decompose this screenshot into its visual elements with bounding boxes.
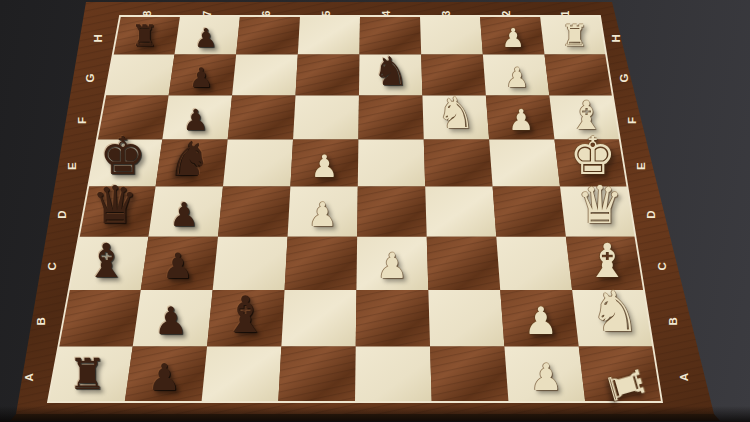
piece-white-pawn-c4[interactable]: ♟ [377,249,408,284]
board-front-edge [10,414,720,421]
top-coordinate-3: 3 [440,10,452,16]
square-b8[interactable] [58,290,140,346]
square-c6[interactable] [213,237,288,290]
top-coordinate-2: 2 [500,10,512,16]
square-b3[interactable] [428,290,504,346]
top-coordinate-4: 4 [380,10,392,16]
piece-black-queen-d8[interactable]: ♛ [91,179,138,231]
piece-white-pawn-e5[interactable]: ♟ [310,150,338,181]
scene-background: 87654321HGFEDCBAHGFEDCBA ♜♟♟♜♟♞♟♟♞♟♝♚♞♟♚… [0,0,750,422]
left-coordinate-D: D [56,211,68,219]
top-coordinate-7: 7 [201,10,213,16]
square-a3[interactable] [430,346,508,402]
square-e6[interactable] [223,140,293,187]
square-d2[interactable] [493,187,566,237]
right-coordinate-D: D [645,211,657,219]
piece-white-pawn-h2[interactable]: ♟ [502,24,525,50]
piece-black-pawn-d7[interactable]: ♟ [169,198,199,231]
piece-black-pawn-b7[interactable]: ♟ [154,302,188,340]
piece-black-rook-a8[interactable]: ♜ [68,353,107,396]
square-g6[interactable] [232,55,298,96]
piece-white-knight-f3[interactable]: ♞ [437,92,476,135]
piece-black-knight-e7[interactable]: ♞ [169,134,211,181]
square-h3[interactable] [420,16,483,55]
square-e2[interactable] [489,140,560,187]
piece-black-pawn-h7[interactable]: ♟ [194,24,217,50]
left-coordinate-F: F [76,117,88,124]
piece-black-pawn-g7[interactable]: ♟ [189,64,213,91]
left-coordinate-B: B [35,317,47,325]
right-coordinate-C: C [656,262,668,270]
top-coordinate-6: 6 [260,10,272,16]
square-a6[interactable] [202,346,282,402]
piece-white-king-e1[interactable]: ♚ [570,130,617,182]
piece-white-pawn-b2[interactable]: ♟ [524,302,558,340]
piece-white-pawn-a2[interactable]: ♟ [530,359,563,396]
square-a5[interactable] [278,346,355,402]
piece-black-pawn-c7[interactable]: ♟ [162,249,193,284]
top-coordinate-1: 1 [559,10,571,16]
piece-black-bishop-c8[interactable]: ♝ [85,237,127,284]
square-c3[interactable] [427,237,501,290]
square-f4[interactable] [358,96,423,140]
right-coordinate-B: B [667,317,679,325]
piece-white-pawn-f2[interactable]: ♟ [508,105,534,134]
left-coordinate-C: C [46,262,58,270]
right-coordinate-A: A [678,373,690,381]
square-e3[interactable] [424,140,493,187]
top-coordinate-8: 8 [141,10,153,16]
piece-black-knight-g4[interactable]: ♞ [373,51,409,91]
square-c5[interactable] [285,237,358,290]
top-coordinate-5: 5 [320,10,332,16]
square-g8[interactable] [105,55,174,96]
right-coordinate-G: G [618,74,630,83]
piece-white-pawn-d5[interactable]: ♟ [308,198,338,231]
right-coordinate-F: F [626,117,638,124]
left-coordinate-A: A [23,373,35,381]
square-a4[interactable] [355,346,432,402]
left-coordinate-E: E [66,162,78,170]
right-coordinate-E: E [635,162,647,170]
left-coordinate-H: H [92,34,104,42]
square-h6[interactable] [236,16,300,55]
square-d4[interactable] [357,187,427,237]
piece-white-queen-d1[interactable]: ♛ [576,179,623,231]
piece-white-pawn-g2[interactable]: ♟ [505,64,529,91]
square-g1[interactable] [545,55,613,96]
right-coordinate-H: H [610,34,622,42]
square-f6[interactable] [228,96,296,140]
piece-black-bishop-b6[interactable]: ♝ [222,290,267,340]
piece-white-knight-b1[interactable]: ♞ [590,284,640,340]
square-b4[interactable] [356,290,430,346]
square-f5[interactable] [293,96,359,140]
square-b5[interactable] [281,290,356,346]
square-d3[interactable] [425,187,496,237]
piece-white-rook-h1[interactable]: ♜ [561,20,588,50]
square-h5[interactable] [298,16,360,55]
square-c2[interactable] [496,237,572,290]
square-e4[interactable] [358,140,425,187]
left-coordinate-G: G [84,74,96,83]
piece-black-pawn-a7[interactable]: ♟ [147,359,180,396]
square-g5[interactable] [296,55,360,96]
piece-black-rook-h8[interactable]: ♜ [131,20,158,50]
piece-white-bishop-c1[interactable]: ♝ [586,237,628,284]
square-d6[interactable] [218,187,290,237]
piece-black-king-e8[interactable]: ♚ [100,130,147,182]
